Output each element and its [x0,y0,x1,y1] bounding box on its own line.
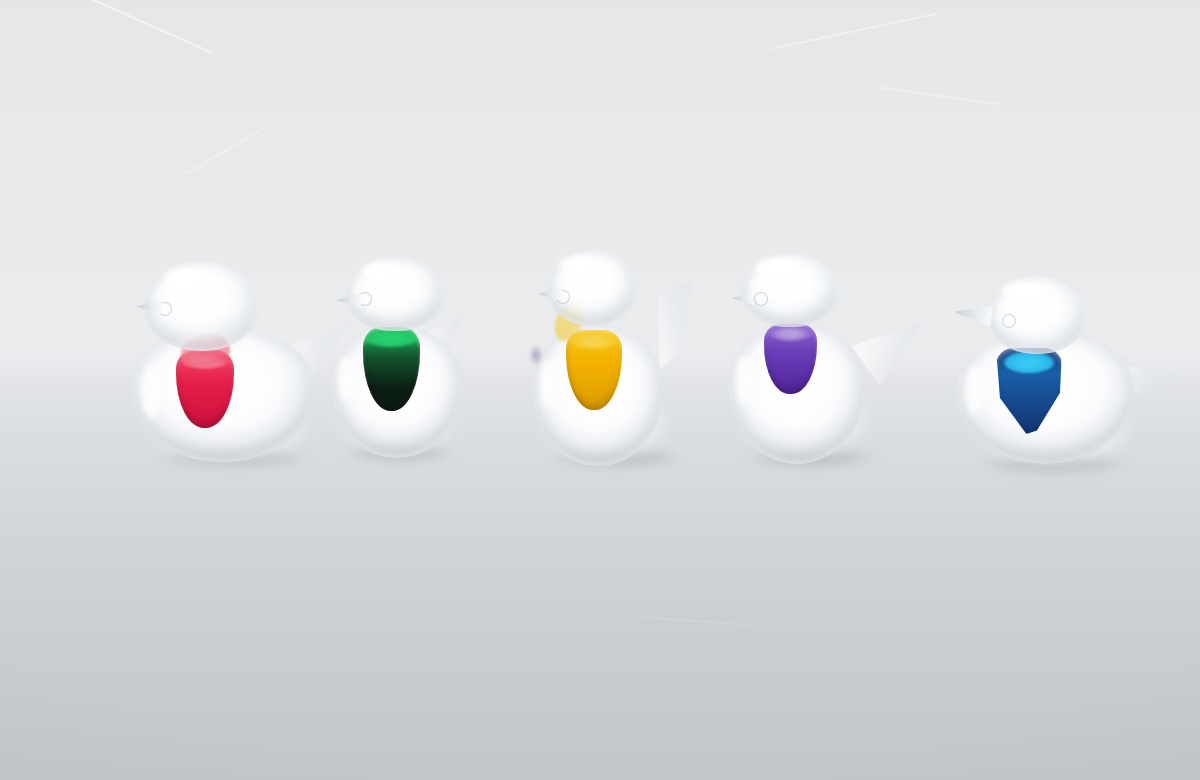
photo-scene [0,0,1200,780]
glass-highlight [1002,282,1044,300]
glass-highlight [966,366,982,416]
glass-bird-red [118,256,350,472]
bird-beak [953,299,994,328]
wall-scratch-texture [772,12,939,49]
glass-bird-blue [946,270,1186,474]
glass-highlight [756,258,796,276]
glass-bird-amber [524,244,722,472]
glass-bird-green [324,250,478,466]
floor-scratch-texture [640,616,750,626]
glass-highlight [338,356,352,402]
bird-eye [1002,314,1016,328]
glass-highlight [142,366,160,418]
glass-highlight [164,268,208,288]
glass-highlight [736,356,750,404]
bird-eye [754,292,768,306]
wall-scratch-texture [186,128,265,175]
glass-bird-purple [720,248,930,470]
wall-scratch-texture [76,0,214,54]
glass-highlight [560,256,596,272]
wall-scratch-texture [880,87,999,106]
glass-highlight [362,262,400,280]
glass-highlight [540,360,554,408]
